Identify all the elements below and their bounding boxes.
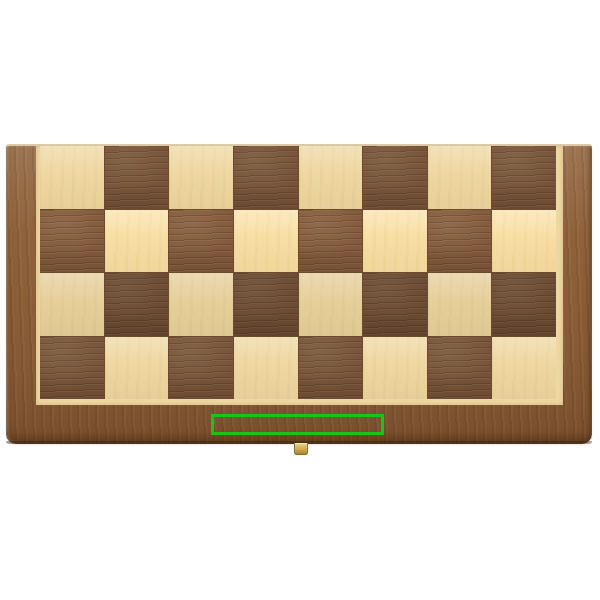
square-r1c5 bbox=[299, 146, 363, 209]
brass-clasp-knob bbox=[294, 443, 308, 455]
square-r2c8 bbox=[492, 210, 556, 273]
square-r2c1 bbox=[40, 210, 104, 273]
square-r2c7 bbox=[428, 210, 492, 273]
square-r1c8 bbox=[492, 146, 556, 209]
square-r1c4 bbox=[234, 146, 298, 209]
square-r1c7 bbox=[428, 146, 492, 209]
chessboard bbox=[6, 144, 592, 444]
square-r2c6 bbox=[363, 210, 427, 273]
square-r4c7 bbox=[428, 337, 492, 400]
square-r1c6 bbox=[363, 146, 427, 209]
square-r3c4 bbox=[234, 273, 298, 336]
square-r4c1 bbox=[40, 337, 104, 400]
square-r4c2 bbox=[105, 337, 169, 400]
square-r1c3 bbox=[169, 146, 233, 209]
square-r3c8 bbox=[492, 273, 556, 336]
square-r1c2 bbox=[105, 146, 169, 209]
square-r3c1 bbox=[40, 273, 104, 336]
product-photo bbox=[0, 0, 600, 600]
square-r2c2 bbox=[105, 210, 169, 273]
square-r1c1 bbox=[40, 146, 104, 209]
annotation-target-box[interactable] bbox=[211, 414, 384, 435]
chessboard-grid bbox=[40, 146, 556, 399]
square-r4c3 bbox=[169, 337, 233, 400]
square-r4c6 bbox=[363, 337, 427, 400]
square-r4c4 bbox=[234, 337, 298, 400]
square-r2c3 bbox=[169, 210, 233, 273]
square-r4c8 bbox=[492, 337, 556, 400]
square-r3c2 bbox=[105, 273, 169, 336]
square-r2c5 bbox=[299, 210, 363, 273]
square-r2c4 bbox=[234, 210, 298, 273]
square-r4c5 bbox=[299, 337, 363, 400]
square-r3c3 bbox=[169, 273, 233, 336]
square-r3c7 bbox=[428, 273, 492, 336]
square-r3c6 bbox=[363, 273, 427, 336]
square-r3c5 bbox=[299, 273, 363, 336]
